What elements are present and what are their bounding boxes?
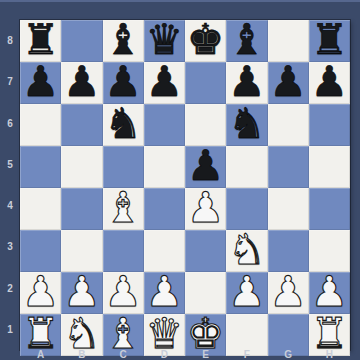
square-a3[interactable] [20, 230, 61, 272]
board: ♜♝♛♚♝♜♟♟♟♟♟♟♟♞♞♟♝♟♞♟♟♟♟♟♟♟♜♞♝♛♚♜ [20, 20, 350, 350]
square-g6[interactable] [268, 104, 309, 146]
piece-white-pawn-g2[interactable]: ♟ [269, 271, 307, 313]
file-labels: ABCDEFGH [20, 349, 350, 360]
square-e7[interactable] [185, 62, 226, 104]
square-h4[interactable] [309, 188, 350, 230]
square-c6[interactable]: ♞ [103, 104, 144, 146]
piece-white-pawn-a2[interactable]: ♟ [22, 271, 60, 313]
piece-black-bishop-f8[interactable]: ♝ [228, 19, 266, 61]
square-b8[interactable] [61, 20, 102, 62]
rank-label-1: 1 [0, 309, 20, 350]
square-b6[interactable] [61, 104, 102, 146]
square-c7[interactable]: ♟ [103, 62, 144, 104]
square-f5[interactable] [226, 146, 267, 188]
piece-black-king-e8[interactable]: ♚ [187, 19, 225, 61]
square-c5[interactable] [103, 146, 144, 188]
square-d4[interactable] [144, 188, 185, 230]
piece-black-pawn-a7[interactable]: ♟ [22, 61, 60, 103]
piece-black-rook-a8[interactable]: ♜ [22, 19, 60, 61]
square-g4[interactable] [268, 188, 309, 230]
square-d2[interactable]: ♟ [144, 272, 185, 314]
piece-white-pawn-d2[interactable]: ♟ [146, 271, 184, 313]
square-h3[interactable] [309, 230, 350, 272]
square-d5[interactable] [144, 146, 185, 188]
square-e8[interactable]: ♚ [185, 20, 226, 62]
square-f8[interactable]: ♝ [226, 20, 267, 62]
file-label-g: G [268, 349, 309, 360]
square-d8[interactable]: ♛ [144, 20, 185, 62]
square-b3[interactable] [61, 230, 102, 272]
square-e6[interactable] [185, 104, 226, 146]
rank-label-2: 2 [0, 268, 20, 309]
square-b4[interactable] [61, 188, 102, 230]
square-g2[interactable]: ♟ [268, 272, 309, 314]
rank-label-6: 6 [0, 103, 20, 144]
square-f2[interactable]: ♟ [226, 272, 267, 314]
square-g3[interactable] [268, 230, 309, 272]
square-c8[interactable]: ♝ [103, 20, 144, 62]
square-f7[interactable]: ♟ [226, 62, 267, 104]
file-label-e: E [185, 349, 226, 360]
square-h6[interactable] [309, 104, 350, 146]
rank-labels: 87654321 [0, 20, 20, 350]
square-f6[interactable]: ♞ [226, 104, 267, 146]
piece-black-queen-d8[interactable]: ♛ [146, 19, 184, 61]
file-label-a: A [20, 349, 61, 360]
square-a2[interactable]: ♟ [20, 272, 61, 314]
square-e2[interactable] [185, 272, 226, 314]
square-a6[interactable] [20, 104, 61, 146]
square-h2[interactable]: ♟ [309, 272, 350, 314]
square-g5[interactable] [268, 146, 309, 188]
square-h7[interactable]: ♟ [309, 62, 350, 104]
square-a5[interactable] [20, 146, 61, 188]
square-b5[interactable] [61, 146, 102, 188]
square-g7[interactable]: ♟ [268, 62, 309, 104]
piece-white-pawn-b2[interactable]: ♟ [63, 271, 101, 313]
square-b7[interactable]: ♟ [61, 62, 102, 104]
square-h8[interactable]: ♜ [309, 20, 350, 62]
square-a4[interactable] [20, 188, 61, 230]
piece-black-pawn-c7[interactable]: ♟ [104, 61, 142, 103]
piece-black-bishop-c8[interactable]: ♝ [104, 19, 142, 61]
piece-black-pawn-e5[interactable]: ♟ [187, 145, 225, 187]
square-e3[interactable] [185, 230, 226, 272]
rank-label-7: 7 [0, 61, 20, 102]
piece-black-pawn-h7[interactable]: ♟ [311, 61, 349, 103]
piece-black-knight-c6[interactable]: ♞ [104, 103, 142, 145]
rank-label-5: 5 [0, 144, 20, 185]
square-d6[interactable] [144, 104, 185, 146]
frame-top-highlight [0, 0, 360, 2]
piece-white-bishop-c4[interactable]: ♝ [104, 187, 142, 229]
square-h5[interactable] [309, 146, 350, 188]
piece-black-knight-f6[interactable]: ♞ [228, 103, 266, 145]
square-d7[interactable]: ♟ [144, 62, 185, 104]
piece-black-pawn-d7[interactable]: ♟ [146, 61, 184, 103]
piece-white-knight-f3[interactable]: ♞ [228, 229, 266, 271]
square-b2[interactable]: ♟ [61, 272, 102, 314]
square-c3[interactable] [103, 230, 144, 272]
piece-white-pawn-h2[interactable]: ♟ [311, 271, 349, 313]
file-label-c: C [103, 349, 144, 360]
piece-black-rook-h8[interactable]: ♜ [311, 19, 349, 61]
square-e4[interactable]: ♟ [185, 188, 226, 230]
square-g8[interactable] [268, 20, 309, 62]
piece-black-pawn-g7[interactable]: ♟ [269, 61, 307, 103]
file-label-b: B [61, 349, 102, 360]
square-e5[interactable]: ♟ [185, 146, 226, 188]
square-a7[interactable]: ♟ [20, 62, 61, 104]
file-label-d: D [144, 349, 185, 360]
piece-black-pawn-b7[interactable]: ♟ [63, 61, 101, 103]
piece-white-pawn-f2[interactable]: ♟ [228, 271, 266, 313]
rank-label-4: 4 [0, 185, 20, 226]
square-c2[interactable]: ♟ [103, 272, 144, 314]
piece-white-pawn-e4[interactable]: ♟ [187, 187, 225, 229]
square-f3[interactable]: ♞ [226, 230, 267, 272]
square-f4[interactable] [226, 188, 267, 230]
chessboard-frame: ♜♝♛♚♝♜♟♟♟♟♟♟♟♞♞♟♝♟♞♟♟♟♟♟♟♟♜♞♝♛♚♜ 8765432… [0, 0, 360, 360]
piece-black-pawn-f7[interactable]: ♟ [228, 61, 266, 103]
rank-label-8: 8 [0, 20, 20, 61]
square-d3[interactable] [144, 230, 185, 272]
square-a8[interactable]: ♜ [20, 20, 61, 62]
square-c4[interactable]: ♝ [103, 188, 144, 230]
file-label-f: F [226, 349, 267, 360]
rank-label-3: 3 [0, 226, 20, 267]
file-label-h: H [309, 349, 350, 360]
piece-white-pawn-c2[interactable]: ♟ [104, 271, 142, 313]
